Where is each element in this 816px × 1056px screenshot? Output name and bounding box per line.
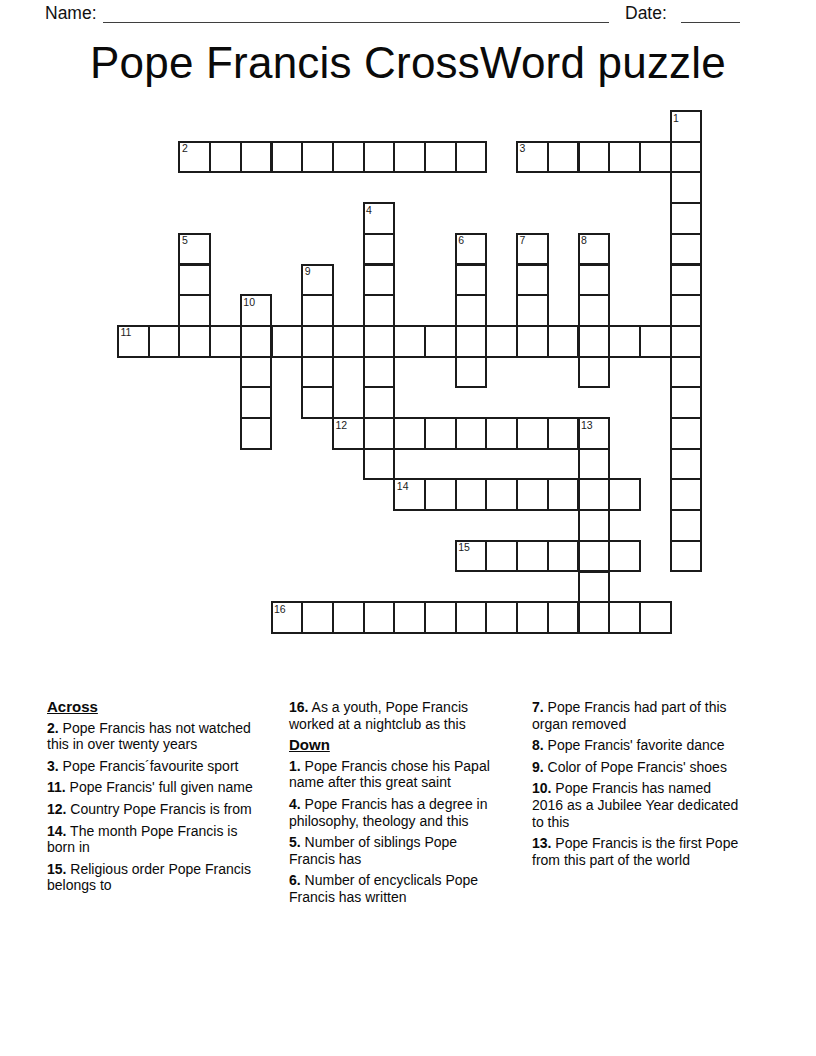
grid-cell[interactable] (516, 417, 549, 450)
clue-item: 7. Pope Francis had part of this organ r… (532, 699, 745, 732)
grid-cell[interactable] (240, 325, 273, 358)
clue-number: 9. (532, 759, 544, 775)
clue-number: 5. (289, 834, 301, 850)
cell-number: 16 (274, 604, 286, 615)
grid-cell[interactable] (424, 601, 457, 634)
page-title: Pope Francis CrossWord puzzle (0, 38, 816, 88)
grid-cell[interactable] (363, 325, 396, 358)
grid-cell[interactable] (240, 356, 273, 389)
grid-cell[interactable] (516, 294, 549, 327)
cell-number: 8 (581, 235, 587, 246)
grid-cell[interactable] (670, 509, 703, 542)
grid-cell[interactable] (271, 325, 304, 358)
grid-cell[interactable] (670, 540, 703, 573)
grid-cell[interactable] (670, 386, 703, 419)
grid-cell[interactable] (578, 601, 611, 634)
grid-cell[interactable] (547, 141, 580, 174)
grid-cell[interactable] (578, 325, 611, 358)
grid-cell[interactable] (485, 325, 518, 358)
grid-cell[interactable] (578, 356, 611, 389)
grid-cell[interactable] (639, 141, 672, 174)
grid-cell[interactable] (332, 601, 365, 634)
cell-number: 13 (581, 420, 593, 431)
cell-number: 15 (458, 542, 470, 553)
clue-number: 16. (289, 699, 308, 715)
clue-number: 10. (532, 780, 551, 796)
clue-item: 9. Color of Pope Francis' shoes (532, 759, 745, 776)
grid-cell[interactable] (516, 601, 549, 634)
grid-cell[interactable] (363, 448, 396, 481)
name-label: Name: (45, 3, 97, 24)
clue-item: 1. Pope Francis chose his Papal name aft… (289, 758, 502, 791)
clue-number: 15. (47, 861, 66, 877)
grid-cell[interactable] (485, 601, 518, 634)
clue-item: 16. As a youth, Pope Francis worked at a… (289, 699, 502, 732)
grid-cell[interactable] (670, 417, 703, 450)
grid-cell[interactable] (670, 141, 703, 174)
grid-cell[interactable] (424, 478, 457, 511)
crossword-grid: 12345678910111213141516 (117, 110, 703, 635)
clue-item: 2. Pope Francis has not watched this in … (47, 720, 260, 753)
grid-cell[interactable] (578, 509, 611, 542)
grid-cell[interactable] (670, 202, 703, 235)
cell-number: 7 (520, 235, 526, 246)
grid-cell[interactable] (178, 294, 211, 327)
clue-item: 11. Pope Francis' full given name (47, 779, 260, 796)
grid-cell[interactable] (424, 325, 457, 358)
clues-column-1: Across2. Pope Francis has not watched th… (47, 699, 260, 899)
grid-cell[interactable] (670, 171, 703, 204)
grid-cell[interactable] (363, 601, 396, 634)
grid-cell[interactable] (178, 264, 211, 297)
grid-cell[interactable] (578, 540, 611, 573)
clues-header-across: Across (47, 699, 260, 716)
cell-number: 5 (182, 235, 188, 246)
clue-item: 5. Number of siblings Pope Francis has (289, 834, 502, 867)
grid-cell[interactable] (240, 141, 273, 174)
grid-cell[interactable] (424, 141, 457, 174)
grid-cell[interactable] (393, 141, 426, 174)
grid-cell[interactable] (547, 601, 580, 634)
clue-number: 12. (47, 801, 66, 817)
date-label: Date: (625, 3, 667, 24)
grid-cell[interactable] (424, 417, 457, 450)
clue-number: 1. (289, 758, 301, 774)
grid-cell[interactable] (301, 386, 334, 419)
grid-cell[interactable] (455, 325, 488, 358)
grid-cell[interactable] (608, 325, 641, 358)
grid-cell[interactable] (516, 264, 549, 297)
cell-number: 14 (397, 481, 409, 492)
grid-cell[interactable] (393, 417, 426, 450)
grid-cell[interactable] (670, 294, 703, 327)
grid-cell[interactable] (332, 141, 365, 174)
clue-item: 8. Pope Francis' favorite dance (532, 737, 745, 754)
cell-number: 9 (305, 266, 311, 277)
name-blank-line (103, 4, 609, 23)
grid-cell[interactable] (608, 478, 641, 511)
grid-cell[interactable] (393, 601, 426, 634)
grid-cell[interactable] (455, 264, 488, 297)
grid-cell[interactable] (578, 571, 611, 604)
clue-number: 8. (532, 737, 544, 753)
grid-cell[interactable] (608, 601, 641, 634)
grid-cell[interactable] (578, 141, 611, 174)
grid-cell[interactable] (485, 417, 518, 450)
grid-cell[interactable] (240, 386, 273, 419)
clue-item: 15. Religious order Pope Francis belongs… (47, 861, 260, 894)
grid-cell[interactable] (363, 141, 396, 174)
grid-cell[interactable] (455, 601, 488, 634)
grid-cell[interactable] (455, 141, 488, 174)
grid-cell[interactable] (455, 417, 488, 450)
grid-cell[interactable] (516, 325, 549, 358)
cell-number: 10 (243, 297, 255, 308)
grid-cell[interactable] (363, 233, 396, 266)
cell-number: 4 (366, 205, 372, 216)
grid-cell[interactable] (516, 478, 549, 511)
grid-cell[interactable] (547, 478, 580, 511)
grid-cell[interactable] (393, 325, 426, 358)
grid-cell[interactable] (455, 356, 488, 389)
clue-number: 14. (47, 823, 66, 839)
date-blank-line (681, 4, 740, 23)
grid-cell[interactable] (209, 141, 242, 174)
cell-number: 1 (673, 113, 679, 124)
grid-cell[interactable] (301, 325, 334, 358)
grid-cell[interactable] (578, 478, 611, 511)
grid-cell[interactable] (209, 325, 242, 358)
clue-item: 3. Pope Francis´favourite sport (47, 758, 260, 775)
clue-item: 12. Country Pope Francis is from (47, 801, 260, 818)
clue-item: 14. The month Pope Francis is born in (47, 823, 260, 856)
grid-cell[interactable] (578, 264, 611, 297)
grid-cell[interactable] (363, 294, 396, 327)
grid-cell[interactable] (578, 294, 611, 327)
clue-item: 10. Pope Francis has named 2016 as a Jub… (532, 780, 745, 830)
grid-cell[interactable] (363, 386, 396, 419)
grid-cell[interactable] (485, 478, 518, 511)
clue-item: 13. Pope Francis is the first Pope from … (532, 835, 745, 868)
cell-number: 3 (520, 143, 526, 154)
clue-number: 7. (532, 699, 544, 715)
grid-cell[interactable] (639, 325, 672, 358)
grid-cell[interactable] (670, 264, 703, 297)
grid-cell[interactable] (670, 478, 703, 511)
grid-cell[interactable] (301, 356, 334, 389)
grid-cell[interactable] (271, 141, 304, 174)
clue-number: 13. (532, 835, 551, 851)
grid-cell[interactable] (178, 325, 211, 358)
grid-cell[interactable] (670, 356, 703, 389)
grid-cell[interactable] (148, 325, 181, 358)
cell-number: 11 (121, 327, 132, 338)
clue-item: 6. Number of encyclicals Pope Francis ha… (289, 872, 502, 905)
grid-cell[interactable] (363, 264, 396, 297)
grid-cell[interactable] (547, 417, 580, 450)
grid-cell[interactable] (578, 448, 611, 481)
grid-cell[interactable] (332, 325, 365, 358)
grid-cell[interactable] (301, 141, 334, 174)
cell-number: 6 (458, 235, 464, 246)
grid-cell[interactable] (516, 540, 549, 573)
grid-cell[interactable] (608, 141, 641, 174)
grid-cell[interactable] (301, 601, 334, 634)
clue-number: 11. (47, 779, 66, 795)
grid-cell[interactable] (547, 325, 580, 358)
grid-cell[interactable] (301, 294, 334, 327)
clues-column-3: 7. Pope Francis had part of this organ r… (532, 699, 745, 873)
grid-cell[interactable] (670, 325, 703, 358)
clue-number: 4. (289, 796, 301, 812)
grid-cell[interactable] (639, 601, 672, 634)
grid-cell[interactable] (363, 356, 396, 389)
grid-cell[interactable] (608, 540, 641, 573)
grid-cell[interactable] (670, 448, 703, 481)
grid-cell[interactable] (455, 478, 488, 511)
clue-number: 2. (47, 720, 59, 736)
grid-cell[interactable] (240, 417, 273, 450)
grid-cell[interactable] (455, 294, 488, 327)
clue-item: 4. Pope Francis has a degree in philosop… (289, 796, 502, 829)
cell-number: 12 (335, 420, 347, 431)
clues-column-2: 16. As a youth, Pope Francis worked at a… (289, 699, 502, 911)
clue-number: 3. (47, 758, 59, 774)
grid-cell[interactable] (547, 540, 580, 573)
grid-cell[interactable] (670, 233, 703, 266)
clue-number: 6. (289, 872, 301, 888)
grid-cell[interactable] (363, 417, 396, 450)
clues-header-down: Down (289, 737, 502, 754)
grid-cell[interactable] (485, 540, 518, 573)
cell-number: 2 (182, 143, 188, 154)
